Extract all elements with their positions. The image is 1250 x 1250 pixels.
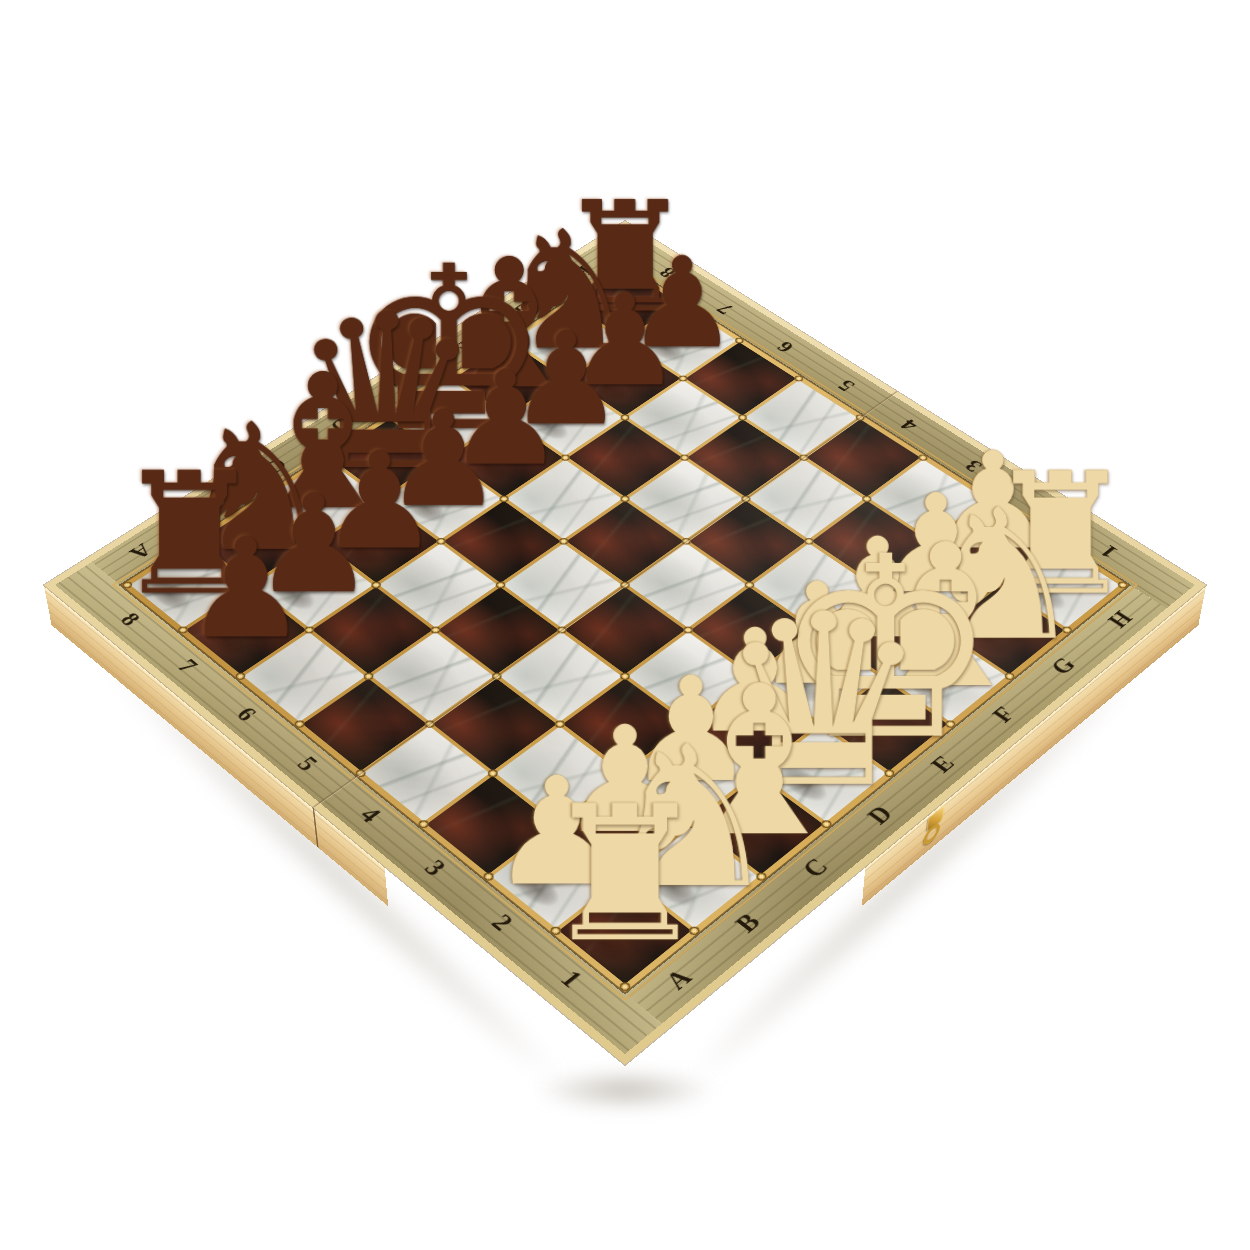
square-texture: [566, 501, 683, 583]
chess-board: ♜♟♟♜♞♟♟♞♝♟♟♝♚♟♟♚♛♟♟♛♝♟♟♝♞♟♟♞♜♟♟♜: [130, 269, 1120, 984]
playing-area: ♜♟♟♜♞♟♟♞♝♟♟♝♚♟♟♚♛♟♟♛♝♟♟♝♞♟♟♞♜♟♟♜: [120, 264, 1130, 994]
square-e5[interactable]: [566, 501, 683, 583]
product-photo: 87654321 87654321 HGFEDCBA HGFEDCBA ♜♟♟♜…: [0, 0, 1250, 1250]
pawn-glyph: ♟: [184, 520, 308, 658]
rook-glyph: ♜: [541, 781, 709, 968]
box-side-fold-seam: [312, 807, 319, 849]
scene: 87654321 87654321 HGFEDCBA HGFEDCBA ♜♟♟♜…: [0, 0, 1250, 1250]
chess-box: 87654321 87654321 HGFEDCBA HGFEDCBA ♜♟♟♜…: [44, 221, 1206, 1065]
